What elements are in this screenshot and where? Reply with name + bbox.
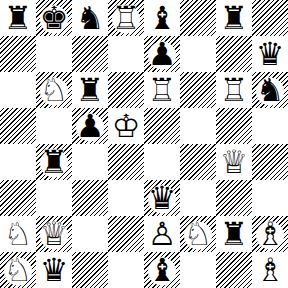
black-bishop-piece[interactable]: ♝ bbox=[148, 252, 177, 288]
black-knight-piece[interactable]: ♞ bbox=[76, 0, 105, 36]
square-e6[interactable]: ♖ bbox=[144, 72, 180, 108]
square-c8[interactable]: ♞ bbox=[72, 0, 108, 36]
square-b4[interactable]: ♜ bbox=[36, 144, 72, 180]
square-e8[interactable]: ♝ bbox=[144, 0, 180, 36]
black-rook-piece[interactable]: ♜ bbox=[4, 0, 33, 36]
square-c6[interactable]: ♜ bbox=[72, 72, 108, 108]
square-a4[interactable] bbox=[0, 144, 36, 180]
black-king-piece[interactable]: ♚ bbox=[40, 0, 69, 36]
square-a6[interactable] bbox=[0, 72, 36, 108]
square-a5[interactable] bbox=[0, 108, 36, 144]
square-h1[interactable]: ♗ bbox=[252, 252, 288, 288]
white-rook-piece[interactable]: ♖ bbox=[148, 72, 177, 108]
square-f3[interactable] bbox=[180, 180, 216, 216]
square-g3[interactable] bbox=[216, 180, 252, 216]
square-d7[interactable] bbox=[108, 36, 144, 72]
square-e7[interactable]: ♟ bbox=[144, 36, 180, 72]
white-knight-piece[interactable]: ♘ bbox=[184, 216, 213, 252]
square-d2[interactable] bbox=[108, 216, 144, 252]
square-g7[interactable] bbox=[216, 36, 252, 72]
square-f7[interactable] bbox=[180, 36, 216, 72]
square-h8[interactable] bbox=[252, 0, 288, 36]
white-rook-piece[interactable]: ♖ bbox=[220, 72, 249, 108]
square-b7[interactable] bbox=[36, 36, 72, 72]
square-a7[interactable] bbox=[0, 36, 36, 72]
square-e1[interactable]: ♝ bbox=[144, 252, 180, 288]
square-d5[interactable]: ♔ bbox=[108, 108, 144, 144]
square-f4[interactable] bbox=[180, 144, 216, 180]
white-rook-piece[interactable]: ♖ bbox=[112, 0, 141, 36]
square-g4[interactable]: ♕ bbox=[216, 144, 252, 180]
black-rook-piece[interactable]: ♜ bbox=[40, 144, 69, 180]
square-g6[interactable]: ♖ bbox=[216, 72, 252, 108]
white-king-piece[interactable]: ♔ bbox=[112, 108, 141, 144]
square-g1[interactable] bbox=[216, 252, 252, 288]
square-e5[interactable] bbox=[144, 108, 180, 144]
square-f1[interactable] bbox=[180, 252, 216, 288]
square-a2[interactable]: ♘ bbox=[0, 216, 36, 252]
square-f2[interactable]: ♘ bbox=[180, 216, 216, 252]
square-b3[interactable] bbox=[36, 180, 72, 216]
square-h2[interactable]: ♗ bbox=[252, 216, 288, 252]
square-e3[interactable]: ♛ bbox=[144, 180, 180, 216]
square-g8[interactable]: ♜ bbox=[216, 0, 252, 36]
square-d6[interactable] bbox=[108, 72, 144, 108]
square-e4[interactable] bbox=[144, 144, 180, 180]
black-rook-piece[interactable]: ♜ bbox=[220, 0, 249, 36]
square-h4[interactable] bbox=[252, 144, 288, 180]
chess-board: ♜♚♞♖♝♜♟♛♘♜♖♖♞♟♔♜♕♛♘♕♙♘♜♗♘♛♝♗ bbox=[0, 0, 288, 288]
square-g2[interactable]: ♜ bbox=[216, 216, 252, 252]
square-a1[interactable]: ♘ bbox=[0, 252, 36, 288]
square-d4[interactable] bbox=[108, 144, 144, 180]
square-a8[interactable]: ♜ bbox=[0, 0, 36, 36]
white-queen-piece[interactable]: ♕ bbox=[40, 216, 69, 252]
square-c2[interactable] bbox=[72, 216, 108, 252]
square-d8[interactable]: ♖ bbox=[108, 0, 144, 36]
square-d1[interactable] bbox=[108, 252, 144, 288]
white-knight-piece[interactable]: ♘ bbox=[4, 216, 33, 252]
black-pawn-piece[interactable]: ♟ bbox=[148, 36, 177, 72]
square-a3[interactable] bbox=[0, 180, 36, 216]
black-bishop-piece[interactable]: ♝ bbox=[148, 0, 177, 36]
black-queen-piece[interactable]: ♛ bbox=[148, 180, 177, 216]
square-b8[interactable]: ♚ bbox=[36, 0, 72, 36]
black-rook-piece[interactable]: ♜ bbox=[76, 72, 105, 108]
white-bishop-piece[interactable]: ♗ bbox=[256, 252, 285, 288]
square-c5[interactable]: ♟ bbox=[72, 108, 108, 144]
black-queen-piece[interactable]: ♛ bbox=[256, 36, 285, 72]
black-knight-piece[interactable]: ♞ bbox=[256, 72, 285, 108]
square-b6[interactable]: ♘ bbox=[36, 72, 72, 108]
square-b1[interactable]: ♛ bbox=[36, 252, 72, 288]
square-h3[interactable] bbox=[252, 180, 288, 216]
white-bishop-piece[interactable]: ♗ bbox=[256, 216, 285, 252]
square-c3[interactable] bbox=[72, 180, 108, 216]
white-knight-piece[interactable]: ♘ bbox=[40, 72, 69, 108]
square-d3[interactable] bbox=[108, 180, 144, 216]
black-pawn-piece[interactable]: ♟ bbox=[76, 108, 105, 144]
white-pawn-piece[interactable]: ♙ bbox=[148, 216, 177, 252]
black-rook-piece[interactable]: ♜ bbox=[220, 216, 249, 252]
square-b5[interactable] bbox=[36, 108, 72, 144]
square-c4[interactable] bbox=[72, 144, 108, 180]
square-h6[interactable]: ♞ bbox=[252, 72, 288, 108]
square-h5[interactable] bbox=[252, 108, 288, 144]
square-f8[interactable] bbox=[180, 0, 216, 36]
square-g5[interactable] bbox=[216, 108, 252, 144]
square-b2[interactable]: ♕ bbox=[36, 216, 72, 252]
square-c1[interactable] bbox=[72, 252, 108, 288]
square-f6[interactable] bbox=[180, 72, 216, 108]
square-c7[interactable] bbox=[72, 36, 108, 72]
square-f5[interactable] bbox=[180, 108, 216, 144]
white-queen-piece[interactable]: ♕ bbox=[220, 144, 249, 180]
square-e2[interactable]: ♙ bbox=[144, 216, 180, 252]
white-knight-piece[interactable]: ♘ bbox=[4, 252, 33, 288]
black-queen-piece[interactable]: ♛ bbox=[40, 252, 69, 288]
square-h7[interactable]: ♛ bbox=[252, 36, 288, 72]
